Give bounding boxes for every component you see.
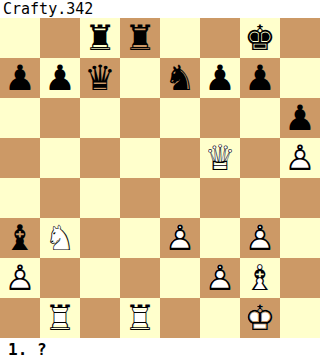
square-d5[interactable]: [120, 138, 160, 178]
square-e4[interactable]: [160, 178, 200, 218]
white-queen-icon: ♛♕: [200, 138, 240, 178]
square-c1[interactable]: [80, 298, 120, 338]
square-h5[interactable]: ♟♙: [280, 138, 320, 178]
square-c4[interactable]: [80, 178, 120, 218]
square-e1[interactable]: [160, 298, 200, 338]
square-h8[interactable]: [280, 18, 320, 58]
square-g4[interactable]: [240, 178, 280, 218]
square-h1[interactable]: [280, 298, 320, 338]
square-a2[interactable]: ♟♙: [0, 258, 40, 298]
square-e7[interactable]: ♞: [160, 58, 200, 98]
black-king-icon: ♚: [244, 18, 275, 58]
square-f2[interactable]: ♟♙: [200, 258, 240, 298]
square-c6[interactable]: [80, 98, 120, 138]
black-rook-icon: ♜: [124, 18, 155, 58]
square-e3[interactable]: ♟♙: [160, 218, 200, 258]
square-g7[interactable]: ♟: [240, 58, 280, 98]
square-f8[interactable]: [200, 18, 240, 58]
square-c7[interactable]: ♛: [80, 58, 120, 98]
square-g6[interactable]: [240, 98, 280, 138]
square-a8[interactable]: [0, 18, 40, 58]
black-knight-icon: ♞: [164, 58, 195, 98]
square-g2[interactable]: ♝♗: [240, 258, 280, 298]
square-b2[interactable]: [40, 258, 80, 298]
square-f6[interactable]: [200, 98, 240, 138]
square-d7[interactable]: [120, 58, 160, 98]
square-e5[interactable]: [160, 138, 200, 178]
square-e8[interactable]: [160, 18, 200, 58]
square-c5[interactable]: [80, 138, 120, 178]
square-b5[interactable]: [40, 138, 80, 178]
square-h4[interactable]: [280, 178, 320, 218]
square-g1[interactable]: ♚♔: [240, 298, 280, 338]
black-pawn-icon: ♟: [4, 58, 35, 98]
black-pawn-icon: ♟: [204, 58, 235, 98]
black-bishop-icon: ♝: [4, 218, 35, 258]
black-pawn-icon: ♟: [44, 58, 75, 98]
square-h6[interactable]: ♟: [280, 98, 320, 138]
white-pawn-icon: ♟♙: [0, 258, 40, 298]
square-c2[interactable]: [80, 258, 120, 298]
square-g5[interactable]: [240, 138, 280, 178]
square-b6[interactable]: [40, 98, 80, 138]
square-d6[interactable]: [120, 98, 160, 138]
square-e6[interactable]: [160, 98, 200, 138]
white-bishop-icon: ♝♗: [240, 258, 280, 298]
crafty-window: Crafty.342 ♜♜♚♟♟♛♞♟♟♟♛♕♟♙♝♞♘♟♙♟♙♟♙♟♙♝♗♜♖…: [0, 0, 320, 360]
square-b1[interactable]: ♜♖: [40, 298, 80, 338]
square-h7[interactable]: [280, 58, 320, 98]
square-f1[interactable]: [200, 298, 240, 338]
white-knight-icon: ♞♘: [40, 218, 80, 258]
white-pawn-icon: ♟♙: [200, 258, 240, 298]
square-c8[interactable]: ♜: [80, 18, 120, 58]
square-e2[interactable]: [160, 258, 200, 298]
square-b8[interactable]: [40, 18, 80, 58]
square-g8[interactable]: ♚: [240, 18, 280, 58]
square-b7[interactable]: ♟: [40, 58, 80, 98]
square-a5[interactable]: [0, 138, 40, 178]
black-rook-icon: ♜: [84, 18, 115, 58]
move-prompt: 1. ?: [8, 340, 47, 359]
black-queen-icon: ♛: [84, 58, 115, 98]
square-d8[interactable]: ♜: [120, 18, 160, 58]
square-f7[interactable]: ♟: [200, 58, 240, 98]
square-f5[interactable]: ♛♕: [200, 138, 240, 178]
square-h3[interactable]: [280, 218, 320, 258]
square-d4[interactable]: [120, 178, 160, 218]
square-a1[interactable]: [0, 298, 40, 338]
square-a6[interactable]: [0, 98, 40, 138]
white-king-icon: ♚♔: [240, 298, 280, 338]
status-bar: 1. ?: [0, 338, 320, 360]
white-pawn-icon: ♟♙: [240, 218, 280, 258]
black-pawn-icon: ♟: [244, 58, 275, 98]
white-rook-icon: ♜♖: [120, 298, 160, 338]
square-g3[interactable]: ♟♙: [240, 218, 280, 258]
square-f4[interactable]: [200, 178, 240, 218]
black-pawn-icon: ♟: [284, 98, 315, 138]
square-a3[interactable]: ♝: [0, 218, 40, 258]
square-a7[interactable]: ♟: [0, 58, 40, 98]
square-a4[interactable]: [0, 178, 40, 218]
square-b3[interactable]: ♞♘: [40, 218, 80, 258]
square-h2[interactable]: [280, 258, 320, 298]
square-d2[interactable]: [120, 258, 160, 298]
white-pawn-icon: ♟♙: [280, 138, 320, 178]
window-title: Crafty.342: [0, 0, 320, 18]
square-d3[interactable]: [120, 218, 160, 258]
white-pawn-icon: ♟♙: [160, 218, 200, 258]
chess-board[interactable]: ♜♜♚♟♟♛♞♟♟♟♛♕♟♙♝♞♘♟♙♟♙♟♙♟♙♝♗♜♖♜♖♚♔: [0, 18, 320, 338]
square-c3[interactable]: [80, 218, 120, 258]
square-f3[interactable]: [200, 218, 240, 258]
white-rook-icon: ♜♖: [40, 298, 80, 338]
square-b4[interactable]: [40, 178, 80, 218]
square-d1[interactable]: ♜♖: [120, 298, 160, 338]
